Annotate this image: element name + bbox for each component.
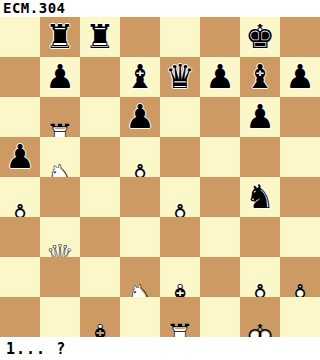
square-h8[interactable] [280, 17, 320, 57]
square-g2[interactable]: ♟♙ [240, 257, 280, 297]
white-piece-outline: ♖ [160, 317, 200, 337]
square-e6[interactable] [160, 97, 200, 137]
square-e1[interactable]: ♜♖ [160, 297, 200, 337]
square-a8[interactable] [0, 17, 40, 57]
square-b7[interactable]: ♟ [40, 57, 80, 97]
square-a1[interactable] [0, 297, 40, 337]
square-h1[interactable] [280, 297, 320, 337]
white-piece-outline: ♖ [40, 117, 80, 137]
square-d4[interactable] [120, 177, 160, 217]
square-g4[interactable]: ♞ [240, 177, 280, 217]
white-piece-outline: ♘ [120, 277, 160, 297]
square-h6[interactable] [280, 97, 320, 137]
square-f4[interactable] [200, 177, 240, 217]
square-d3[interactable] [120, 217, 160, 257]
square-d6[interactable]: ♟ [120, 97, 160, 137]
square-b8[interactable]: ♜ [40, 17, 80, 57]
statusbar: 1... ? [0, 337, 320, 360]
white-piece-outline: ♕ [40, 237, 80, 257]
square-f3[interactable] [200, 217, 240, 257]
black-pawn-icon[interactable]: ♟ [280, 57, 320, 97]
chess-app-window: ECM.304 ♜♜♚♟♝♛♟♝♟♜♖♟♟♟♞♘♟♙♟♙♟♙♞♛♕♞♘♝♗♟♙♟… [0, 0, 320, 360]
black-queen-icon[interactable]: ♛ [160, 57, 200, 97]
page-title: ECM.304 [3, 0, 66, 17]
square-f1[interactable] [200, 297, 240, 337]
square-d1[interactable] [120, 297, 160, 337]
white-piece-outline: ♙ [0, 197, 40, 217]
square-a5[interactable]: ♟ [0, 137, 40, 177]
square-h4[interactable] [280, 177, 320, 217]
square-e3[interactable] [160, 217, 200, 257]
square-d8[interactable] [120, 17, 160, 57]
white-piece-outline: ♘ [40, 157, 80, 177]
square-b1[interactable] [40, 297, 80, 337]
square-f2[interactable] [200, 257, 240, 297]
square-e2[interactable]: ♝♗ [160, 257, 200, 297]
square-g3[interactable] [240, 217, 280, 257]
square-a7[interactable] [0, 57, 40, 97]
black-pawn-icon[interactable]: ♟ [200, 57, 240, 97]
white-piece-outline: ♔ [240, 317, 280, 337]
square-e7[interactable]: ♛ [160, 57, 200, 97]
chess-board: ♜♜♚♟♝♛♟♝♟♜♖♟♟♟♞♘♟♙♟♙♟♙♞♛♕♞♘♝♗♟♙♟♙♝♗♜♖♚♔ [0, 17, 320, 337]
square-b4[interactable] [40, 177, 80, 217]
square-f5[interactable] [200, 137, 240, 177]
white-piece-outline: ♗ [160, 277, 200, 297]
square-g8[interactable]: ♚ [240, 17, 280, 57]
titlebar: ECM.304 [0, 0, 320, 17]
black-pawn-icon[interactable]: ♟ [120, 97, 160, 137]
move-prompt: 1... ? [6, 340, 66, 358]
square-g1[interactable]: ♚♔ [240, 297, 280, 337]
square-c7[interactable] [80, 57, 120, 97]
black-pawn-icon[interactable]: ♟ [240, 97, 280, 137]
white-piece-outline: ♙ [120, 157, 160, 177]
square-h3[interactable] [280, 217, 320, 257]
square-h5[interactable] [280, 137, 320, 177]
square-c6[interactable] [80, 97, 120, 137]
square-c5[interactable] [80, 137, 120, 177]
square-a6[interactable] [0, 97, 40, 137]
square-b6[interactable]: ♜♖ [40, 97, 80, 137]
square-c1[interactable]: ♝♗ [80, 297, 120, 337]
black-pawn-icon[interactable]: ♟ [40, 57, 80, 97]
black-knight-icon[interactable]: ♞ [240, 177, 280, 217]
square-e8[interactable] [160, 17, 200, 57]
square-h7[interactable]: ♟ [280, 57, 320, 97]
square-f6[interactable] [200, 97, 240, 137]
black-pawn-icon[interactable]: ♟ [0, 137, 40, 177]
white-piece-outline: ♙ [240, 277, 280, 297]
square-b3[interactable]: ♛♕ [40, 217, 80, 257]
white-piece-outline: ♗ [80, 317, 120, 337]
square-c8[interactable]: ♜ [80, 17, 120, 57]
black-rook-icon[interactable]: ♜ [40, 17, 80, 57]
square-g7[interactable]: ♝ [240, 57, 280, 97]
black-king-icon[interactable]: ♚ [240, 17, 280, 57]
square-d5[interactable]: ♟♙ [120, 137, 160, 177]
square-c4[interactable] [80, 177, 120, 217]
black-rook-icon[interactable]: ♜ [80, 17, 120, 57]
square-a3[interactable] [0, 217, 40, 257]
square-a2[interactable] [0, 257, 40, 297]
square-h2[interactable]: ♟♙ [280, 257, 320, 297]
square-d2[interactable]: ♞♘ [120, 257, 160, 297]
square-g6[interactable]: ♟ [240, 97, 280, 137]
square-a4[interactable]: ♟♙ [0, 177, 40, 217]
square-c2[interactable] [80, 257, 120, 297]
square-g5[interactable] [240, 137, 280, 177]
square-b5[interactable]: ♞♘ [40, 137, 80, 177]
square-e4[interactable]: ♟♙ [160, 177, 200, 217]
square-f7[interactable]: ♟ [200, 57, 240, 97]
square-c3[interactable] [80, 217, 120, 257]
black-bishop-icon[interactable]: ♝ [120, 57, 160, 97]
black-bishop-icon[interactable]: ♝ [240, 57, 280, 97]
square-b2[interactable] [40, 257, 80, 297]
square-e5[interactable] [160, 137, 200, 177]
white-piece-outline: ♙ [280, 277, 320, 297]
white-piece-outline: ♙ [160, 197, 200, 217]
square-d7[interactable]: ♝ [120, 57, 160, 97]
square-f8[interactable] [200, 17, 240, 57]
